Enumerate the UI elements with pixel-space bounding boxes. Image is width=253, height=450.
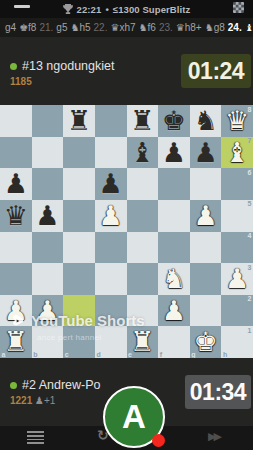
channel-avatar[interactable]: A bbox=[103, 386, 165, 448]
square-h4[interactable]: 4 bbox=[221, 232, 253, 264]
square-d5[interactable]: ♟ bbox=[95, 200, 127, 232]
square-b1[interactable]: b bbox=[32, 326, 64, 358]
record-dot-icon bbox=[152, 434, 165, 447]
square-g5[interactable]: ♟ bbox=[190, 200, 222, 232]
player-bottom-name[interactable]: #2 Andrew-Po bbox=[10, 378, 101, 392]
tournament-name: ≤1300 SuperBlitz bbox=[113, 4, 191, 15]
square-g3[interactable] bbox=[190, 263, 222, 295]
move-san[interactable]: ♞f6 bbox=[139, 22, 156, 33]
square-b7[interactable] bbox=[32, 137, 64, 169]
square-g4[interactable] bbox=[190, 232, 222, 264]
coord-rank-2: 2 bbox=[248, 295, 252, 302]
move-san[interactable]: ♝h7 bbox=[245, 22, 253, 33]
black-pawn: ♟ bbox=[0, 168, 32, 200]
player-top-area: #13 ngodungkiet 1185 01:24 bbox=[0, 37, 253, 105]
material-advantage: +1 bbox=[44, 395, 55, 406]
channel-line: ance pert hannel bbox=[37, 333, 101, 342]
avatar-letter: A bbox=[122, 398, 146, 436]
square-a3[interactable] bbox=[0, 263, 32, 295]
square-a1[interactable]: ♜a bbox=[0, 326, 32, 358]
square-a4[interactable] bbox=[0, 232, 32, 264]
square-d2[interactable] bbox=[95, 295, 127, 327]
fast-forward-icon[interactable]: ▶▶ bbox=[208, 430, 219, 443]
square-e2[interactable] bbox=[127, 295, 159, 327]
trophy-icon bbox=[63, 4, 73, 15]
coord-file-b: b bbox=[33, 351, 37, 358]
coord-rank-7: 7 bbox=[248, 137, 252, 144]
square-g8[interactable]: ♞ bbox=[190, 105, 222, 137]
square-d7[interactable] bbox=[95, 137, 127, 169]
square-c8[interactable]: ♜ bbox=[63, 105, 95, 137]
white-pawn: ♟ bbox=[0, 295, 32, 327]
app-screen: 22:21 • ≤1300 SuperBlitz g4♚f821.g5♞h522… bbox=[0, 0, 253, 450]
square-h2[interactable]: 2 bbox=[221, 295, 253, 327]
square-b2[interactable]: ♟ bbox=[32, 295, 64, 327]
square-e5[interactable] bbox=[127, 200, 159, 232]
square-a6[interactable]: ♟ bbox=[0, 168, 32, 200]
clock-bottom: 01:34 bbox=[185, 375, 251, 409]
square-e1[interactable]: ♜e bbox=[127, 326, 159, 358]
square-f2[interactable]: ♟ bbox=[158, 295, 190, 327]
player-top-rating: 1185 bbox=[10, 76, 32, 87]
square-a7[interactable] bbox=[0, 137, 32, 169]
coord-file-d: d bbox=[96, 351, 100, 358]
square-f5[interactable] bbox=[158, 200, 190, 232]
square-c4[interactable] bbox=[63, 232, 95, 264]
coord-rank-8: 8 bbox=[248, 106, 252, 113]
square-g1[interactable]: ♚g bbox=[190, 326, 222, 358]
material-pawn-icon: ♟ bbox=[35, 395, 44, 406]
square-h5[interactable]: 5 bbox=[221, 200, 253, 232]
white-pawn: ♟ bbox=[158, 295, 190, 327]
coord-file-e: e bbox=[128, 351, 132, 358]
square-b5[interactable]: ♟ bbox=[32, 200, 64, 232]
black-knight: ♞ bbox=[190, 105, 222, 137]
coord-file-g: g bbox=[191, 351, 195, 358]
square-d1[interactable]: d bbox=[95, 326, 127, 358]
move-number[interactable]: 22. bbox=[94, 22, 108, 33]
black-pawn: ♟ bbox=[158, 137, 190, 169]
coord-rank-5: 5 bbox=[248, 200, 252, 207]
black-bishop: ♝ bbox=[127, 137, 159, 169]
square-e6[interactable] bbox=[127, 168, 159, 200]
move-san[interactable]: ♛xh7 bbox=[110, 22, 135, 33]
square-d8[interactable] bbox=[95, 105, 127, 137]
square-h6[interactable]: 6 bbox=[221, 168, 253, 200]
square-f1[interactable]: f bbox=[158, 326, 190, 358]
square-f3[interactable]: ♞ bbox=[158, 263, 190, 295]
square-h7[interactable]: ♝7 bbox=[221, 137, 253, 169]
square-h8[interactable]: ♛8 bbox=[221, 105, 253, 137]
white-pawn: ♟ bbox=[95, 200, 127, 232]
black-pawn: ♟ bbox=[32, 200, 64, 232]
square-f8[interactable]: ♚ bbox=[158, 105, 190, 137]
square-e4[interactable] bbox=[127, 232, 159, 264]
square-h1[interactable]: h1 bbox=[221, 326, 253, 358]
clock-top: 01:24 bbox=[181, 54, 251, 88]
square-g7[interactable]: ♟ bbox=[190, 137, 222, 169]
square-e8[interactable]: ♜ bbox=[127, 105, 159, 137]
square-b4[interactable] bbox=[32, 232, 64, 264]
move-san[interactable]: ♞g8 bbox=[205, 22, 225, 33]
board-grid-icon[interactable] bbox=[233, 2, 244, 13]
square-f7[interactable]: ♟ bbox=[158, 137, 190, 169]
square-f6[interactable] bbox=[158, 168, 190, 200]
square-c2[interactable] bbox=[63, 295, 95, 327]
player-top-name[interactable]: #13 ngodungkiet bbox=[10, 59, 114, 73]
square-g6[interactable] bbox=[190, 168, 222, 200]
white-knight: ♞ bbox=[158, 263, 190, 295]
square-c3[interactable] bbox=[63, 263, 95, 295]
square-c1[interactable]: c bbox=[63, 326, 95, 358]
white-pawn: ♟ bbox=[190, 200, 222, 232]
player-bottom-rating: 1221 ♟+1 bbox=[10, 395, 55, 406]
black-rook: ♜ bbox=[127, 105, 159, 137]
square-b6[interactable] bbox=[32, 168, 64, 200]
online-dot bbox=[10, 63, 17, 70]
square-e3[interactable] bbox=[127, 263, 159, 295]
square-c5[interactable] bbox=[63, 200, 95, 232]
move-list-icon[interactable] bbox=[27, 431, 44, 444]
black-pawn: ♟ bbox=[95, 168, 127, 200]
tournament-time: 22:21 bbox=[77, 4, 102, 15]
square-e7[interactable]: ♝ bbox=[127, 137, 159, 169]
move-san[interactable]: ♚f8 bbox=[19, 22, 36, 33]
coord-file-a: a bbox=[2, 351, 6, 358]
menu-icon[interactable] bbox=[14, 5, 30, 8]
white-pawn: ♟ bbox=[32, 295, 64, 327]
black-queen: ♛ bbox=[0, 200, 32, 232]
move-san[interactable]: g4 bbox=[5, 22, 16, 33]
square-f4[interactable] bbox=[158, 232, 190, 264]
square-d3[interactable] bbox=[95, 263, 127, 295]
coord-file-c: c bbox=[65, 351, 69, 358]
square-b8[interactable] bbox=[32, 105, 64, 137]
status-bar: 22:21 • ≤1300 SuperBlitz bbox=[0, 0, 253, 18]
square-a8[interactable] bbox=[0, 105, 32, 137]
online-dot bbox=[10, 382, 17, 389]
coord-file-f: f bbox=[160, 351, 162, 358]
separator: • bbox=[105, 4, 108, 15]
black-rook: ♜ bbox=[63, 105, 95, 137]
black-king: ♚ bbox=[158, 105, 190, 137]
square-d4[interactable] bbox=[95, 232, 127, 264]
move-san[interactable]: g5 bbox=[56, 22, 67, 33]
square-c6[interactable] bbox=[63, 168, 95, 200]
square-d6[interactable]: ♟ bbox=[95, 168, 127, 200]
move-list[interactable]: g4♚f821.g5♞h522.♛xh7♞f623.♛h8+♞g824.♝h7 bbox=[0, 18, 253, 37]
square-a2[interactable]: ♟ bbox=[0, 295, 32, 327]
square-g2[interactable] bbox=[190, 295, 222, 327]
move-number[interactable]: 21. bbox=[39, 22, 53, 33]
square-a5[interactable]: ♛ bbox=[0, 200, 32, 232]
coord-file-h: h bbox=[223, 351, 227, 358]
black-pawn: ♟ bbox=[190, 137, 222, 169]
move-san[interactable]: ♛h8+ bbox=[176, 22, 202, 33]
coord-rank-3: 3 bbox=[248, 264, 252, 271]
coord-rank-6: 6 bbox=[248, 169, 252, 176]
square-h3[interactable]: ♟3 bbox=[221, 263, 253, 295]
chess-board: ♜♜♚♞♛8♝♟♟♝7♟♟6♛♟♟♟54♞♟3♟♟♟2♜abcd♜ef♚gh1 bbox=[0, 105, 253, 358]
move-san[interactable]: ♞h5 bbox=[70, 22, 90, 33]
move-number[interactable]: 23. bbox=[159, 22, 173, 33]
square-c7[interactable] bbox=[63, 137, 95, 169]
move-san[interactable]: 24. bbox=[228, 22, 242, 33]
coord-rank-1: 1 bbox=[248, 327, 252, 334]
square-b3[interactable] bbox=[32, 263, 64, 295]
coord-rank-4: 4 bbox=[248, 232, 252, 239]
